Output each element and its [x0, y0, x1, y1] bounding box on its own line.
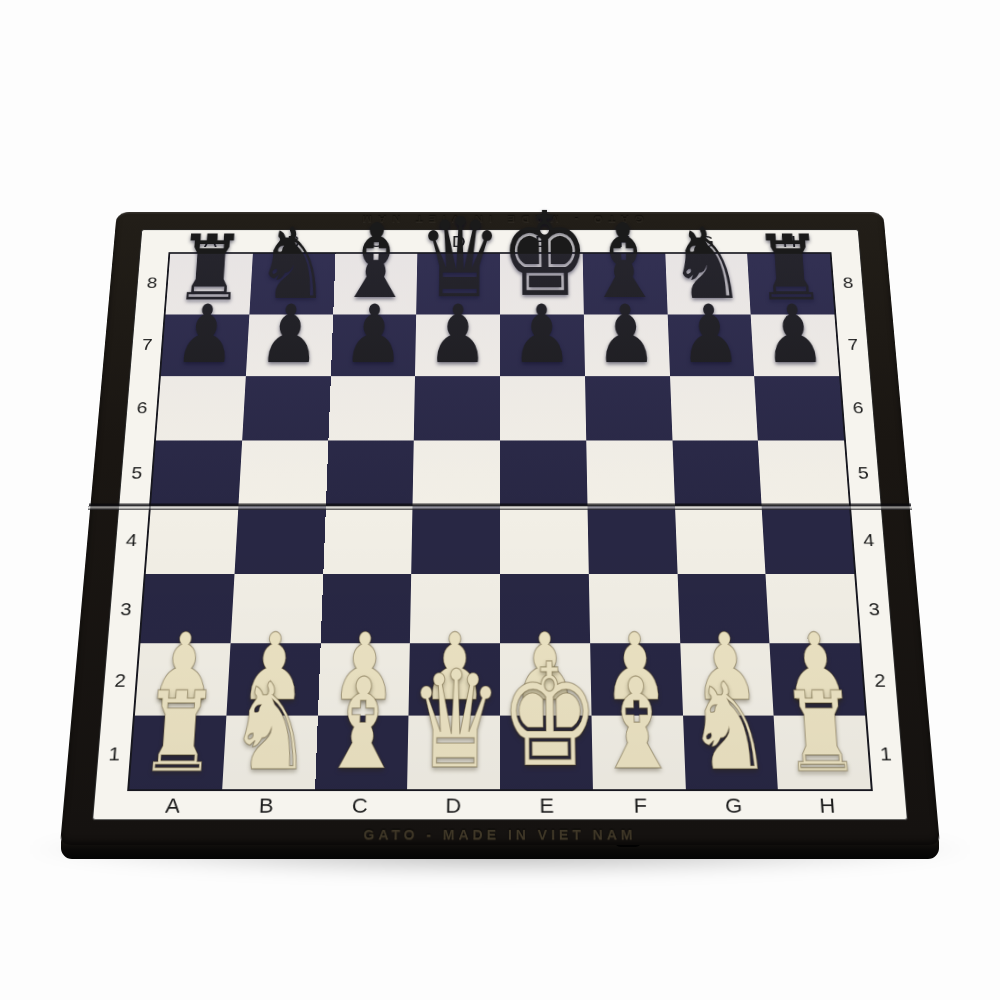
square-c7: ♟	[330, 314, 416, 376]
rank-label-right-8: 8	[831, 252, 864, 313]
square-f1: ♝	[591, 715, 685, 789]
square-d5	[413, 440, 500, 506]
square-f4	[587, 506, 677, 574]
rank-label-right-7: 7	[836, 313, 870, 375]
file-label-bottom-f: F	[593, 791, 687, 819]
fold-hinge-seam	[88, 503, 912, 510]
square-a7: ♟	[161, 314, 249, 376]
square-e1: ♚	[500, 715, 593, 789]
square-h2: ♟	[770, 643, 865, 715]
square-g2: ♟	[680, 643, 774, 715]
square-b7: ♟	[246, 314, 333, 376]
square-a6	[156, 376, 246, 440]
square-a2: ♟	[135, 643, 230, 715]
square-g4	[675, 506, 766, 574]
square-a3	[140, 574, 234, 644]
square-a4	[146, 506, 238, 574]
square-d8: ♛	[416, 254, 500, 314]
board-frame: GATO - MADE IN VIET NAM ABCDEFGH ABCDEFG…	[60, 212, 940, 845]
square-b6	[242, 376, 330, 440]
rank-label-right-5: 5	[846, 440, 881, 506]
square-h7: ♟	[751, 314, 839, 376]
square-c8: ♝	[333, 254, 418, 314]
file-label-top-f: F	[582, 230, 665, 252]
square-c2: ♟	[317, 643, 410, 715]
square-a8: ♜	[166, 254, 253, 314]
board-grid: ♜♞♝♛♚♝♞♜♟♟♟♟♟♟♟♟♟♟♟♟♟♟♟♟♜♞♝♛♚♝♞♜	[127, 252, 873, 791]
file-label-bottom-d: D	[406, 791, 500, 819]
square-g6	[670, 376, 758, 440]
square-b5	[238, 440, 328, 506]
square-c5	[325, 440, 414, 506]
file-label-top-c: C	[334, 230, 417, 252]
square-b2: ♟	[226, 643, 320, 715]
square-a1: ♜	[129, 715, 226, 789]
square-e4	[500, 506, 589, 574]
file-label-top-a: A	[169, 230, 253, 252]
square-e6	[500, 376, 586, 440]
square-g8: ♞	[665, 254, 751, 314]
square-h4	[762, 506, 854, 574]
file-label-bottom-c: C	[312, 791, 406, 819]
square-e5	[500, 440, 587, 506]
file-label-bottom-a: A	[125, 791, 220, 819]
black-bishop: ♝	[582, 211, 668, 313]
square-b8: ♞	[249, 254, 335, 314]
square-h6	[754, 376, 844, 440]
square-b3	[230, 574, 323, 644]
square-c1: ♝	[315, 715, 409, 789]
file-label-top-g: G	[665, 230, 749, 252]
square-e2: ♟	[500, 643, 591, 715]
file-label-bottom-b: B	[219, 791, 314, 819]
rank-label-right-6: 6	[841, 375, 875, 439]
square-h5	[758, 440, 849, 506]
frame-embossed-text-bottom: GATO - MADE IN VIET NAM	[60, 827, 939, 842]
square-f6	[585, 376, 672, 440]
file-labels-top: ABCDEFGH	[169, 230, 832, 252]
rank-label-right-1: 1	[867, 716, 904, 791]
board-coordinate-margin: ABCDEFGH ABCDEFGH 87654321 87654321 ♜♞♝♛…	[92, 229, 908, 820]
file-label-top-h: H	[747, 230, 831, 252]
rank-label-right-4: 4	[851, 506, 886, 574]
file-label-top-b: B	[251, 230, 335, 252]
square-b1: ♞	[222, 715, 318, 789]
square-h1: ♜	[774, 715, 871, 789]
rank-label-right-3: 3	[856, 574, 892, 644]
square-c3	[320, 574, 411, 644]
square-f2: ♟	[590, 643, 683, 715]
square-d7: ♟	[415, 314, 500, 376]
file-label-bottom-g: G	[686, 791, 781, 819]
square-f7: ♟	[584, 314, 670, 376]
file-labels-bottom: ABCDEFGH	[125, 791, 875, 819]
file-label-bottom-e: E	[500, 791, 594, 819]
square-d3	[410, 574, 500, 644]
square-g3	[677, 574, 770, 644]
square-d2: ♟	[409, 643, 500, 715]
square-a5	[151, 440, 242, 506]
square-g1: ♞	[683, 715, 779, 789]
square-c4	[323, 506, 413, 574]
square-g5	[672, 440, 762, 506]
square-g7: ♟	[667, 314, 754, 376]
square-d4	[411, 506, 500, 574]
square-e7: ♟	[500, 314, 585, 376]
rank-label-right-2: 2	[862, 644, 899, 716]
file-label-bottom-h: H	[780, 791, 875, 819]
square-e3	[500, 574, 590, 644]
square-f8: ♝	[582, 254, 667, 314]
file-label-top-e: E	[500, 230, 583, 252]
black-bishop: ♝	[333, 211, 419, 313]
file-label-top-d: D	[417, 230, 500, 252]
frame-embossed-text-top: GATO - MADE IN VIET NAM	[116, 213, 885, 224]
square-e8: ♚	[500, 254, 584, 314]
square-d1: ♛	[407, 715, 500, 789]
square-d6	[414, 376, 500, 440]
square-f3	[589, 574, 680, 644]
square-b4	[234, 506, 325, 574]
square-c6	[328, 376, 415, 440]
square-f5	[586, 440, 675, 506]
square-h3	[766, 574, 860, 644]
square-h8: ♜	[747, 254, 834, 314]
chess-set-scene: GATO - MADE IN VIET NAM ABCDEFGH ABCDEFG…	[60, 85, 940, 845]
